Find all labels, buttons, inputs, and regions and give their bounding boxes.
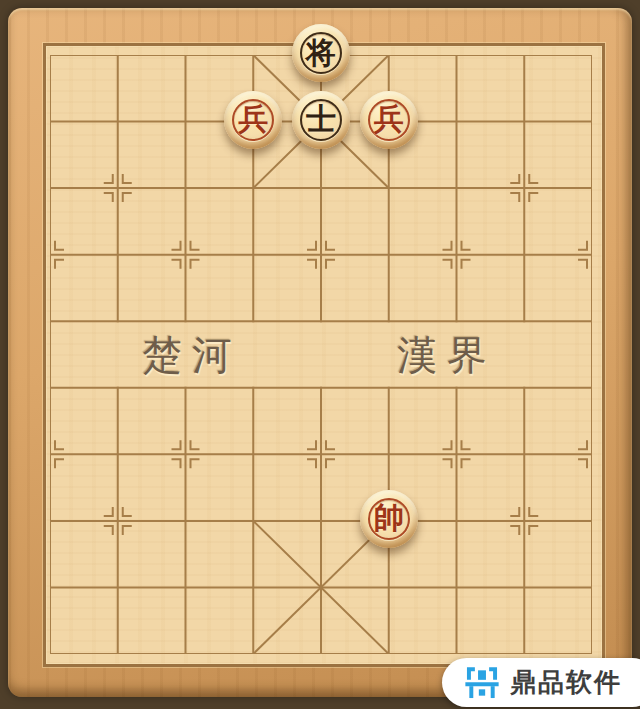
watermark-text: 鼎品软件 xyxy=(510,665,622,700)
piece-character: 将 xyxy=(292,24,350,82)
dingpin-logo-icon xyxy=(463,664,501,702)
piece-red-general[interactable]: 帥 xyxy=(360,490,418,548)
piece-black-advisor[interactable]: 士 xyxy=(292,91,350,149)
piece-character: 兵 xyxy=(224,91,282,149)
piece-character: 兵 xyxy=(360,91,418,149)
river-label-chu-he: 楚河 xyxy=(142,331,242,379)
piece-black-general[interactable]: 将 xyxy=(292,24,350,82)
watermark-badge: 鼎品软件 xyxy=(442,658,640,707)
river-label-han-jie: 漢界 xyxy=(397,331,497,379)
xiangqi-app-screen: 楚河 漢界 将兵士兵帥 鼎品软件 xyxy=(0,0,640,709)
piece-red-soldier-left[interactable]: 兵 xyxy=(224,91,282,149)
piece-character: 帥 xyxy=(360,490,418,548)
piece-character: 士 xyxy=(292,91,350,149)
piece-red-soldier-right[interactable]: 兵 xyxy=(360,91,418,149)
